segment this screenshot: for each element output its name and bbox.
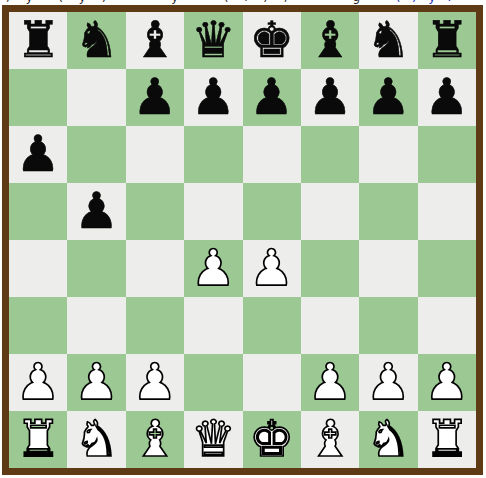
- square-f5[interactable]: [301, 183, 359, 240]
- white-pawn[interactable]: ♟: [308, 357, 353, 407]
- square-a1[interactable]: ♜: [9, 411, 67, 468]
- black-rook[interactable]: ♜: [16, 15, 61, 65]
- black-bishop[interactable]: ♝: [133, 15, 178, 65]
- black-pawn[interactable]: ♟: [74, 186, 119, 236]
- square-b8[interactable]: ♞: [67, 12, 125, 69]
- white-knight[interactable]: ♞: [74, 414, 119, 464]
- square-f7[interactable]: ♟: [301, 69, 359, 126]
- white-pawn[interactable]: ♟: [191, 243, 236, 293]
- white-pawn[interactable]: ♟: [249, 243, 294, 293]
- black-pawn[interactable]: ♟: [16, 129, 61, 179]
- white-rook[interactable]: ♜: [424, 414, 469, 464]
- white-queen[interactable]: ♛: [191, 414, 236, 464]
- square-f6[interactable]: [301, 126, 359, 183]
- white-king[interactable]: ♚: [249, 414, 294, 464]
- black-knight[interactable]: ♞: [74, 15, 119, 65]
- white-bishop[interactable]: ♝: [308, 414, 353, 464]
- white-pawn[interactable]: ♟: [16, 357, 61, 407]
- square-a5[interactable]: [9, 183, 67, 240]
- square-h5[interactable]: [418, 183, 476, 240]
- square-a8[interactable]: ♜: [9, 12, 67, 69]
- clipped-link-fragment: ( ) y .: [396, 0, 456, 4]
- square-d8[interactable]: ♛: [184, 12, 242, 69]
- square-b5[interactable]: ♟: [67, 183, 125, 240]
- black-rook[interactable]: ♜: [424, 15, 469, 65]
- black-pawn[interactable]: ♟: [133, 72, 178, 122]
- square-c2[interactable]: ♟: [126, 354, 184, 411]
- square-d2[interactable]: [184, 354, 242, 411]
- square-g4[interactable]: [359, 240, 417, 297]
- square-c1[interactable]: ♝: [126, 411, 184, 468]
- square-f4[interactable]: [301, 240, 359, 297]
- square-h6[interactable]: [418, 126, 476, 183]
- black-king[interactable]: ♚: [249, 15, 294, 65]
- board-frame: ♜♞♝♛♚♝♞♜♟♟♟♟♟♟♟♟♟♟♟♟♟♟♟♟♜♞♝♛♚♝♞♜: [2, 5, 483, 475]
- square-e1[interactable]: ♚: [243, 411, 301, 468]
- square-a4[interactable]: [9, 240, 67, 297]
- square-g3[interactable]: [359, 297, 417, 354]
- square-g2[interactable]: ♟: [359, 354, 417, 411]
- square-e3[interactable]: [243, 297, 301, 354]
- black-pawn[interactable]: ♟: [366, 72, 411, 122]
- black-bishop[interactable]: ♝: [308, 15, 353, 65]
- square-e5[interactable]: [243, 183, 301, 240]
- square-f3[interactable]: [301, 297, 359, 354]
- clipped-text-strip: , y ( y ) y ( l ) , g ( ) y .: [0, 0, 486, 5]
- square-e2[interactable]: [243, 354, 301, 411]
- white-pawn[interactable]: ♟: [424, 357, 469, 407]
- square-f8[interactable]: ♝: [301, 12, 359, 69]
- square-d7[interactable]: ♟: [184, 69, 242, 126]
- square-e8[interactable]: ♚: [243, 12, 301, 69]
- square-a6[interactable]: ♟: [9, 126, 67, 183]
- square-h1[interactable]: ♜: [418, 411, 476, 468]
- square-d5[interactable]: [184, 183, 242, 240]
- white-rook[interactable]: ♜: [16, 414, 61, 464]
- square-g1[interactable]: ♞: [359, 411, 417, 468]
- black-knight[interactable]: ♞: [366, 15, 411, 65]
- square-e4[interactable]: ♟: [243, 240, 301, 297]
- square-h2[interactable]: ♟: [418, 354, 476, 411]
- black-pawn[interactable]: ♟: [424, 72, 469, 122]
- square-c6[interactable]: [126, 126, 184, 183]
- square-h3[interactable]: [418, 297, 476, 354]
- square-c5[interactable]: [126, 183, 184, 240]
- white-pawn[interactable]: ♟: [74, 357, 119, 407]
- square-d6[interactable]: [184, 126, 242, 183]
- square-b7[interactable]: [67, 69, 125, 126]
- square-b3[interactable]: [67, 297, 125, 354]
- clipped-text-fragment: , y ( y ) y ( l ) , g ( ) y .: [6, 0, 455, 4]
- square-d4[interactable]: ♟: [184, 240, 242, 297]
- square-c8[interactable]: ♝: [126, 12, 184, 69]
- square-g8[interactable]: ♞: [359, 12, 417, 69]
- square-c4[interactable]: [126, 240, 184, 297]
- square-a3[interactable]: [9, 297, 67, 354]
- square-f1[interactable]: ♝: [301, 411, 359, 468]
- square-c7[interactable]: ♟: [126, 69, 184, 126]
- square-b4[interactable]: [67, 240, 125, 297]
- square-b2[interactable]: ♟: [67, 354, 125, 411]
- black-pawn[interactable]: ♟: [249, 72, 294, 122]
- square-h8[interactable]: ♜: [418, 12, 476, 69]
- square-h4[interactable]: [418, 240, 476, 297]
- square-f2[interactable]: ♟: [301, 354, 359, 411]
- square-e7[interactable]: ♟: [243, 69, 301, 126]
- square-c3[interactable]: [126, 297, 184, 354]
- square-e6[interactable]: [243, 126, 301, 183]
- white-knight[interactable]: ♞: [366, 414, 411, 464]
- square-h7[interactable]: ♟: [418, 69, 476, 126]
- white-pawn[interactable]: ♟: [133, 357, 178, 407]
- square-d1[interactable]: ♛: [184, 411, 242, 468]
- square-a2[interactable]: ♟: [9, 354, 67, 411]
- white-pawn[interactable]: ♟: [366, 357, 411, 407]
- black-pawn[interactable]: ♟: [308, 72, 353, 122]
- square-g5[interactable]: [359, 183, 417, 240]
- square-b6[interactable]: [67, 126, 125, 183]
- white-bishop[interactable]: ♝: [133, 414, 178, 464]
- chess-board: ♜♞♝♛♚♝♞♜♟♟♟♟♟♟♟♟♟♟♟♟♟♟♟♟♜♞♝♛♚♝♞♜: [9, 12, 476, 468]
- square-g6[interactable]: [359, 126, 417, 183]
- black-queen[interactable]: ♛: [191, 15, 236, 65]
- square-d3[interactable]: [184, 297, 242, 354]
- square-b1[interactable]: ♞: [67, 411, 125, 468]
- square-a7[interactable]: [9, 69, 67, 126]
- black-pawn[interactable]: ♟: [191, 72, 236, 122]
- square-g7[interactable]: ♟: [359, 69, 417, 126]
